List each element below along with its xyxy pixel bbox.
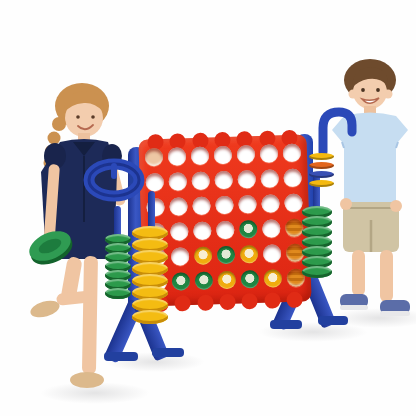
stack-left-rear — [104, 236, 132, 299]
green-disc — [194, 272, 213, 291]
right-front-ring — [302, 266, 332, 278]
yellow-disc — [194, 247, 213, 266]
board-cell-c4r3 — [213, 192, 237, 218]
empty-hole — [193, 222, 212, 241]
board-cell-c3r3 — [189, 193, 213, 219]
board-cell-c2r6 — [169, 269, 193, 295]
board-cell-c2r2 — [165, 168, 189, 194]
board-cell-c4r2 — [212, 167, 236, 193]
boy-sneaker-right — [380, 300, 410, 316]
disc-tray — [86, 155, 144, 207]
board-cell-c6r1 — [257, 140, 281, 166]
empty-hole — [191, 171, 210, 190]
boy-hand-right — [390, 200, 402, 212]
board-cell-c6r4 — [260, 216, 284, 242]
empty-hole — [168, 172, 187, 191]
hanging-ring — [309, 180, 334, 187]
empty-hole — [191, 146, 210, 165]
board-cell-c3r5 — [191, 243, 215, 269]
green-disc — [241, 270, 260, 289]
stack-right-front — [301, 208, 333, 278]
empty-hole — [238, 195, 257, 214]
disc-tray-peg — [111, 163, 117, 179]
boy-sneaker-left — [340, 294, 368, 310]
empty-hole — [169, 197, 188, 216]
board-cell-c1r1 — [142, 144, 166, 170]
board-cell-c1r3 — [143, 194, 167, 220]
boy-hand-left — [340, 198, 352, 210]
board-cell-c5r4 — [236, 216, 260, 242]
empty-hole — [170, 222, 189, 241]
empty-hole — [261, 169, 280, 188]
girl-shoe-lifted — [29, 298, 62, 321]
hanging-ring — [309, 153, 334, 160]
board-cell-c5r1 — [234, 141, 258, 167]
left-frame-footpad-2 — [152, 348, 184, 357]
board-cell-c3r6 — [192, 268, 216, 294]
green-disc — [217, 246, 236, 265]
board-cell-c6r2 — [258, 165, 282, 191]
hanging-ring — [309, 162, 334, 169]
green-disc — [171, 273, 190, 292]
board-cell-c2r4 — [167, 219, 191, 245]
board-cell-c7r1 — [280, 139, 304, 165]
board-cell-c4r6 — [215, 267, 239, 293]
board-cell-c4r5 — [214, 242, 238, 268]
empty-hole — [237, 145, 256, 164]
board-cell-c6r6 — [261, 266, 285, 292]
board-cell-c4r4 — [213, 217, 237, 243]
empty-hole — [192, 196, 211, 215]
empty-hole — [216, 221, 235, 240]
empty-hole — [144, 148, 163, 167]
empty-hole — [260, 144, 279, 163]
empty-hole — [263, 244, 282, 263]
yellow-disc — [264, 270, 283, 289]
empty-hole — [214, 145, 233, 164]
board-cell-c6r5 — [260, 241, 284, 267]
left-rear-ring — [105, 288, 131, 299]
boy-figure — [328, 52, 416, 327]
empty-hole — [238, 170, 257, 189]
board-cell-c4r1 — [211, 142, 235, 168]
board-cell-c7r2 — [281, 165, 305, 191]
empty-hole — [145, 173, 164, 192]
empty-hole — [261, 194, 280, 213]
empty-hole — [283, 143, 302, 162]
board-cell-c2r3 — [166, 193, 190, 219]
board-cell-c3r1 — [188, 142, 212, 168]
empty-hole — [284, 168, 303, 187]
board-cell-c1r2 — [142, 169, 166, 195]
empty-hole — [171, 247, 190, 266]
empty-hole — [167, 147, 186, 166]
hanging-ring — [309, 171, 334, 178]
girl-shoe-standing — [70, 372, 104, 388]
green-disc — [239, 220, 258, 239]
girl-legs — [56, 256, 98, 374]
hanging-rings — [307, 151, 335, 187]
board-cell-c3r4 — [190, 218, 214, 244]
empty-hole — [215, 196, 234, 215]
board-cell-c5r6 — [238, 267, 262, 293]
board-cell-c3r2 — [189, 168, 213, 194]
board-cell-c6r3 — [259, 191, 283, 217]
board-cell-c2r1 — [165, 143, 189, 169]
yellow-disc — [218, 271, 237, 290]
left-front-ring — [132, 310, 168, 324]
empty-hole — [262, 219, 281, 238]
stack-left-front — [131, 228, 169, 324]
right-frame-footpad-2 — [318, 316, 348, 325]
board-cell-c2r5 — [168, 244, 192, 270]
empty-hole — [214, 170, 233, 189]
right-frame-footpad — [270, 320, 302, 329]
yellow-disc — [240, 245, 259, 264]
ring-hook — [314, 104, 358, 156]
left-frame-footpad — [104, 352, 138, 361]
board-cell-c5r5 — [237, 242, 261, 268]
board-cell-c5r3 — [236, 191, 260, 217]
product-photo-scene — [0, 0, 416, 416]
board-cell-c5r2 — [235, 166, 259, 192]
ring-hook-arc — [323, 112, 352, 152]
